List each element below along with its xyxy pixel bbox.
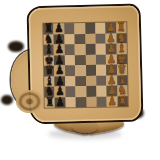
square-c3[interactable]: [96, 75, 107, 86]
square-h4[interactable]: [85, 23, 96, 34]
square-a2[interactable]: ♟: [107, 96, 118, 107]
square-c6[interactable]: [65, 76, 76, 87]
square-e4[interactable]: [85, 54, 96, 65]
square-e3[interactable]: [96, 54, 107, 65]
piece-white-rook[interactable]: ♜: [118, 94, 128, 107]
square-d3[interactable]: [96, 65, 107, 76]
piece-black-rook[interactable]: ♜: [45, 95, 55, 108]
square-f5[interactable]: [75, 44, 86, 55]
piece-white-pawn[interactable]: ♟: [107, 94, 117, 107]
square-d4[interactable]: [86, 65, 97, 76]
square-h5[interactable]: [74, 23, 85, 34]
square-a7[interactable]: ♟: [55, 97, 66, 108]
square-c4[interactable]: [86, 75, 97, 86]
square-a1[interactable]: ♜: [117, 96, 128, 107]
square-a6[interactable]: [65, 97, 76, 108]
bark-spot: [1, 95, 13, 105]
square-f4[interactable]: [85, 44, 96, 55]
square-f3[interactable]: [96, 44, 107, 55]
square-c5[interactable]: [75, 75, 86, 86]
square-b3[interactable]: [96, 86, 107, 97]
square-a3[interactable]: [96, 96, 107, 107]
piece-black-pawn[interactable]: ♟: [55, 95, 65, 108]
square-g6[interactable]: [64, 34, 75, 45]
square-e6[interactable]: [65, 55, 76, 66]
square-b5[interactable]: [75, 86, 86, 97]
chess-board[interactable]: ♜♟♟♜♞♟♟♞♝♟♟♝♚♟♟♚♛♟♟♛♝♟♟♝♞♟♟♞♜♟♟♜: [43, 22, 127, 107]
chess-table-photo: ♜♟♟♜♞♟♟♞♝♟♟♝♚♟♟♚♛♟♟♛♝♟♟♝♞♟♟♞♜♟♟♜: [0, 0, 160, 160]
square-a8[interactable]: ♜: [45, 97, 56, 108]
square-d6[interactable]: [65, 65, 76, 76]
pedestal-center-foot: [72, 121, 98, 133]
square-g4[interactable]: [85, 33, 96, 44]
wood-knot: [16, 90, 43, 113]
square-a5[interactable]: [76, 96, 87, 107]
square-h6[interactable]: [64, 23, 75, 34]
square-h3[interactable]: [95, 23, 106, 34]
square-d5[interactable]: [75, 65, 86, 76]
bark-spot: [8, 41, 24, 52]
square-g5[interactable]: [75, 34, 86, 45]
square-f6[interactable]: [64, 44, 75, 55]
square-b4[interactable]: [86, 86, 97, 97]
square-a4[interactable]: [86, 96, 97, 107]
square-e5[interactable]: [75, 55, 86, 66]
square-g3[interactable]: [95, 33, 106, 44]
square-b6[interactable]: [65, 86, 76, 97]
